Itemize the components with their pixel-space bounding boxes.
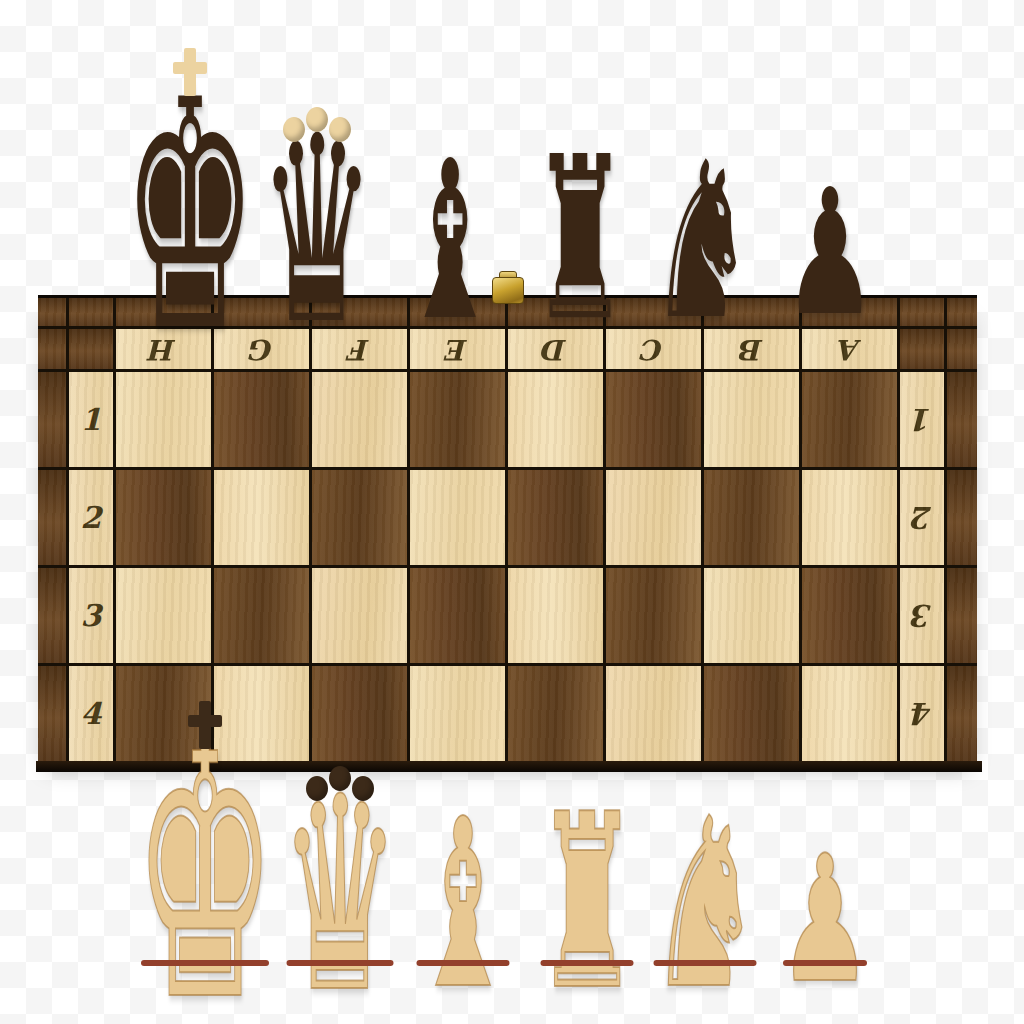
- coordinate-label: 1: [81, 402, 102, 437]
- board-square: [508, 666, 603, 761]
- light-rook-felt-base: [541, 960, 634, 966]
- rank-label-cell: 3: [69, 568, 113, 663]
- board-square: [508, 568, 603, 663]
- light-bishop-felt-base: [417, 960, 510, 966]
- frame-cell: [38, 568, 66, 663]
- board-square: [606, 470, 701, 565]
- frame-cell: [947, 329, 977, 369]
- frame-cell: [947, 666, 977, 761]
- board-square: [312, 470, 407, 565]
- rank-label-cell: 2: [900, 470, 944, 565]
- light-knight-felt-base: [654, 960, 757, 966]
- coordinate-label: 2: [912, 500, 933, 535]
- coordinate-label: 3: [81, 598, 102, 633]
- frame-cell: [38, 470, 66, 565]
- frame-cell: [38, 372, 66, 467]
- board-square: [312, 568, 407, 663]
- frame-cell: [947, 298, 977, 326]
- dark-pawn-piece: ♟: [752, 166, 908, 340]
- light-pawn-felt-base: [783, 960, 867, 966]
- light-queen-felt-base: [287, 960, 394, 966]
- board-square: [802, 372, 897, 467]
- rank-label-cell: 1: [69, 372, 113, 467]
- rank-label-cell: 2: [69, 470, 113, 565]
- board-square: [214, 568, 309, 663]
- board-square: [606, 666, 701, 761]
- coordinate-label: 3: [912, 598, 933, 633]
- board-square: [116, 470, 211, 565]
- light-knight-glyph: ♞: [647, 787, 762, 1021]
- coordinate-label: 2: [81, 500, 102, 535]
- board-square: [704, 666, 799, 761]
- board-square: [214, 470, 309, 565]
- frame-cell: [947, 372, 977, 467]
- frame-cell: [947, 568, 977, 663]
- rank-label-cell: 3: [900, 568, 944, 663]
- coordinate-label: 4: [912, 696, 933, 731]
- light-pawn-piece: ♟: [747, 832, 904, 1007]
- dark-pawn-glyph: ♟: [783, 166, 877, 340]
- coordinate-label: 1: [912, 402, 933, 437]
- frame-cell: [947, 470, 977, 565]
- board-square: [704, 372, 799, 467]
- board-square: [508, 470, 603, 565]
- board-square: [606, 568, 701, 663]
- board-square: [704, 470, 799, 565]
- light-pawn-glyph: ♟: [778, 832, 872, 1007]
- product-photo-stage: HGFEDCBA11223344 ♚♛♝♜♞♟ ♚♛♝♜♞♟: [0, 0, 1024, 1024]
- board-square: [410, 470, 505, 565]
- board-square: [410, 372, 505, 467]
- board-square: [606, 372, 701, 467]
- board-square: [312, 372, 407, 467]
- board-square: [802, 666, 897, 761]
- rank-label-cell: 1: [900, 372, 944, 467]
- board-square: [704, 568, 799, 663]
- board-square: [802, 470, 897, 565]
- board-square: [410, 568, 505, 663]
- board-square: [410, 666, 505, 761]
- board-square: [508, 372, 603, 467]
- dark-knight-glyph: ♞: [649, 134, 756, 350]
- light-king-felt-base: [141, 960, 269, 966]
- rank-label-cell: 4: [900, 666, 944, 761]
- board-square: [116, 568, 211, 663]
- board-square: [802, 568, 897, 663]
